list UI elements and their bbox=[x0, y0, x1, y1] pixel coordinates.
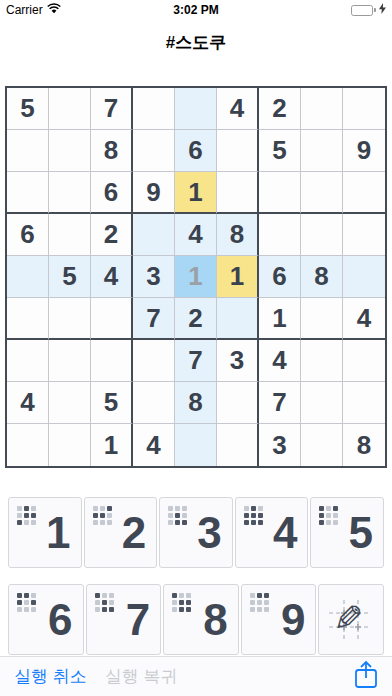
cell-r9c8[interactable] bbox=[301, 424, 343, 466]
block-map-icon bbox=[93, 506, 112, 525]
cell-r9c4[interactable]: 4 bbox=[133, 424, 175, 466]
numpad-button-9[interactable]: 9 bbox=[241, 584, 317, 655]
cell-r5c4[interactable]: 3 bbox=[133, 256, 175, 298]
redo-button[interactable]: 실행 복귀 bbox=[105, 665, 178, 688]
cell-r6c6[interactable] bbox=[217, 298, 259, 340]
cell-r1c3[interactable]: 7 bbox=[91, 88, 133, 130]
cell-r2c4[interactable] bbox=[133, 130, 175, 172]
share-icon[interactable] bbox=[354, 660, 378, 693]
numpad-digit-label: 8 bbox=[203, 598, 227, 642]
cell-r7c6[interactable]: 3 bbox=[217, 340, 259, 382]
numpad-digit-label: 3 bbox=[197, 511, 221, 555]
bottom-toolbar: 실행 취소 실행 복귀 bbox=[0, 656, 392, 696]
cell-r4c1[interactable]: 6 bbox=[7, 214, 49, 256]
charging-bolt-icon bbox=[379, 3, 386, 17]
numpad-digit-label: 4 bbox=[273, 511, 297, 555]
wifi-icon bbox=[47, 3, 61, 17]
cell-r3c5[interactable]: 1 bbox=[175, 172, 217, 214]
cell-r8c1[interactable]: 4 bbox=[7, 382, 49, 424]
cell-r5c5[interactable]: 1 bbox=[175, 256, 217, 298]
cell-r4c5[interactable]: 4 bbox=[175, 214, 217, 256]
numpad-button-4[interactable]: 4 bbox=[235, 497, 309, 568]
cell-r8c4[interactable] bbox=[133, 382, 175, 424]
cell-r8c8[interactable] bbox=[301, 382, 343, 424]
cell-r4c6[interactable]: 8 bbox=[217, 214, 259, 256]
cell-r1c2[interactable] bbox=[49, 88, 91, 130]
block-map-icon bbox=[95, 593, 114, 612]
cell-r2c7[interactable]: 5 bbox=[259, 130, 301, 172]
cell-r3c6[interactable] bbox=[217, 172, 259, 214]
cell-r3c8[interactable] bbox=[301, 172, 343, 214]
number-pad: 12345 6789✎ bbox=[0, 497, 392, 655]
cell-r5c9[interactable] bbox=[343, 256, 385, 298]
cell-r2c3[interactable]: 8 bbox=[91, 130, 133, 172]
cell-r9c5[interactable] bbox=[175, 424, 217, 466]
cell-r9c7[interactable]: 3 bbox=[259, 424, 301, 466]
cell-r7c3[interactable] bbox=[91, 340, 133, 382]
nav-bar: #스도쿠 bbox=[0, 20, 392, 64]
cell-r6c7[interactable]: 1 bbox=[259, 298, 301, 340]
block-map-icon bbox=[17, 593, 36, 612]
pencil-notes-button[interactable]: ✎ bbox=[318, 584, 384, 655]
cell-r3c7[interactable] bbox=[259, 172, 301, 214]
numpad-digit-label: 7 bbox=[126, 598, 150, 642]
cell-r8c3[interactable]: 5 bbox=[91, 382, 133, 424]
cell-r4c8[interactable] bbox=[301, 214, 343, 256]
cell-r9c3[interactable]: 1 bbox=[91, 424, 133, 466]
cell-r9c6[interactable] bbox=[217, 424, 259, 466]
cell-r5c1[interactable] bbox=[7, 256, 49, 298]
cell-r1c7[interactable]: 2 bbox=[259, 88, 301, 130]
numpad-button-7[interactable]: 7 bbox=[86, 584, 162, 655]
cell-r8c7[interactable]: 7 bbox=[259, 382, 301, 424]
cell-r5c2[interactable]: 5 bbox=[49, 256, 91, 298]
cell-r7c8[interactable] bbox=[301, 340, 343, 382]
cell-r1c1[interactable]: 5 bbox=[7, 88, 49, 130]
cell-r7c1[interactable] bbox=[7, 340, 49, 382]
cell-r3c1[interactable] bbox=[7, 172, 49, 214]
cell-r2c5[interactable]: 6 bbox=[175, 130, 217, 172]
undo-button[interactable]: 실행 취소 bbox=[14, 665, 87, 688]
page-title: #스도쿠 bbox=[166, 31, 226, 54]
numpad-button-2[interactable]: 2 bbox=[84, 497, 158, 568]
cell-r3c9[interactable] bbox=[343, 172, 385, 214]
cell-r2c2[interactable] bbox=[49, 130, 91, 172]
numpad-button-8[interactable]: 8 bbox=[163, 584, 239, 655]
app-window: Carrier 3:02 PM #스도쿠 574286596916 bbox=[0, 0, 392, 696]
carrier-label: Carrier bbox=[6, 3, 43, 17]
status-bar: Carrier 3:02 PM bbox=[0, 0, 392, 20]
cell-r2c6[interactable] bbox=[217, 130, 259, 172]
cell-r6c9[interactable]: 4 bbox=[343, 298, 385, 340]
cell-r8c6[interactable] bbox=[217, 382, 259, 424]
cell-r6c3[interactable] bbox=[91, 298, 133, 340]
cell-r4c9[interactable] bbox=[343, 214, 385, 256]
numpad-row-2: 6789✎ bbox=[8, 584, 384, 655]
block-map-icon bbox=[244, 506, 263, 525]
cell-r6c5[interactable]: 2 bbox=[175, 298, 217, 340]
cell-r9c1[interactable] bbox=[7, 424, 49, 466]
block-map-icon bbox=[250, 593, 269, 612]
numpad-digit-label: 2 bbox=[122, 511, 146, 555]
cell-r4c4[interactable] bbox=[133, 214, 175, 256]
cell-r1c8[interactable] bbox=[301, 88, 343, 130]
cell-r5c6[interactable]: 1 bbox=[217, 256, 259, 298]
cell-r1c5[interactable] bbox=[175, 88, 217, 130]
pencil-icon: ✎ bbox=[333, 601, 363, 637]
cell-r4c2[interactable] bbox=[49, 214, 91, 256]
cell-r8c2[interactable] bbox=[49, 382, 91, 424]
numpad-button-3[interactable]: 3 bbox=[159, 497, 233, 568]
cell-r2c1[interactable] bbox=[7, 130, 49, 172]
cell-r5c3[interactable]: 4 bbox=[91, 256, 133, 298]
cell-r7c2[interactable] bbox=[49, 340, 91, 382]
cell-r5c7[interactable]: 6 bbox=[259, 256, 301, 298]
numpad-row-1: 12345 bbox=[8, 497, 384, 568]
cell-r8c9[interactable] bbox=[343, 382, 385, 424]
sudoku-board: 5742865969162485431168721473445871438 bbox=[5, 86, 387, 468]
cell-r8c5[interactable]: 8 bbox=[175, 382, 217, 424]
cell-r3c3[interactable]: 6 bbox=[91, 172, 133, 214]
cell-r7c5[interactable]: 7 bbox=[175, 340, 217, 382]
cell-r4c7[interactable] bbox=[259, 214, 301, 256]
block-map-icon bbox=[168, 506, 187, 525]
cell-r1c6[interactable]: 4 bbox=[217, 88, 259, 130]
numpad-digit-label: 1 bbox=[46, 511, 70, 555]
block-map-icon bbox=[172, 593, 191, 612]
numpad-digit-label: 9 bbox=[281, 598, 305, 642]
cell-r9c2[interactable] bbox=[49, 424, 91, 466]
cell-r7c9[interactable] bbox=[343, 340, 385, 382]
cell-r5c8[interactable]: 8 bbox=[301, 256, 343, 298]
cell-r3c2[interactable] bbox=[49, 172, 91, 214]
numpad-button-1[interactable]: 1 bbox=[8, 497, 82, 568]
cell-r2c8[interactable] bbox=[301, 130, 343, 172]
cell-r9c9[interactable]: 8 bbox=[343, 424, 385, 466]
numpad-digit-label: 5 bbox=[348, 511, 372, 555]
cell-r7c4[interactable] bbox=[133, 340, 175, 382]
cell-r7c7[interactable]: 4 bbox=[259, 340, 301, 382]
cell-r6c1[interactable] bbox=[7, 298, 49, 340]
cell-r4c3[interactable]: 2 bbox=[91, 214, 133, 256]
clock: 3:02 PM bbox=[126, 3, 266, 17]
block-map-icon bbox=[319, 506, 338, 525]
cell-r6c2[interactable] bbox=[49, 298, 91, 340]
cell-r2c9[interactable]: 9 bbox=[343, 130, 385, 172]
numpad-button-5[interactable]: 5 bbox=[310, 497, 384, 568]
battery-charging-icon bbox=[351, 5, 376, 16]
numpad-digit-label: 6 bbox=[48, 598, 72, 642]
numpad-button-6[interactable]: 6 bbox=[8, 584, 84, 655]
cell-r6c8[interactable] bbox=[301, 298, 343, 340]
cell-r6c4[interactable]: 7 bbox=[133, 298, 175, 340]
cell-r1c4[interactable] bbox=[133, 88, 175, 130]
cell-r1c9[interactable] bbox=[343, 88, 385, 130]
block-map-icon bbox=[17, 506, 36, 525]
cell-r3c4[interactable]: 9 bbox=[133, 172, 175, 214]
